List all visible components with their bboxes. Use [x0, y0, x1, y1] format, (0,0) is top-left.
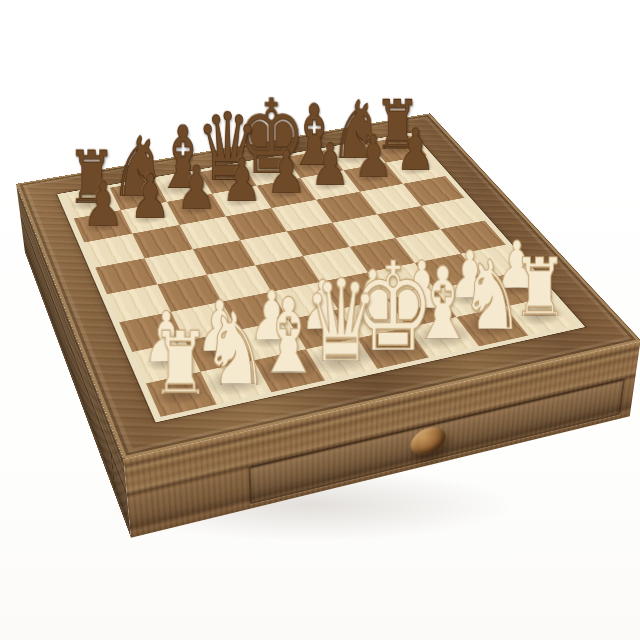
- square-a5[interactable]: [95, 258, 157, 294]
- scene: ♜♞♝♛♚♝♞♜♟♟♟♟♟♟♟♟♟♟♟♟♟♟♟♟♜♞♝♛♚♝♞♜: [0, 0, 640, 640]
- drawer-seam-left: [111, 450, 115, 491]
